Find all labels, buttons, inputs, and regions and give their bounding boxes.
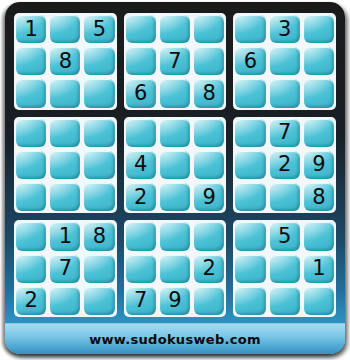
- cell-r9c1[interactable]: 2: [16, 287, 46, 315]
- box-6: 7298: [233, 117, 336, 214]
- cell-r6c4[interactable]: 2: [126, 183, 156, 211]
- cell-r5c4[interactable]: 4: [126, 151, 156, 179]
- cell-r6c6[interactable]: 9: [194, 183, 224, 211]
- cell-r1c6[interactable]: [194, 15, 224, 43]
- cell-r5c9[interactable]: 9: [304, 151, 334, 179]
- cell-r6c1[interactable]: [16, 183, 46, 211]
- cell-r5c8[interactable]: 2: [270, 151, 300, 179]
- cell-r9c6[interactable]: [194, 287, 224, 315]
- box-3: 36: [233, 13, 336, 110]
- cell-r8c8[interactable]: [270, 255, 300, 283]
- cell-r1c3[interactable]: 5: [84, 15, 114, 43]
- cell-r8c5[interactable]: [160, 255, 190, 283]
- box-9: 51: [233, 220, 336, 317]
- cell-r6c2[interactable]: [50, 183, 80, 211]
- cell-r6c8[interactable]: [270, 183, 300, 211]
- cell-r6c9[interactable]: 8: [304, 183, 334, 211]
- cell-r7c1[interactable]: [16, 222, 46, 250]
- cell-r1c5[interactable]: [160, 15, 190, 43]
- cell-r3c3[interactable]: [84, 79, 114, 107]
- cell-r5c5[interactable]: [160, 151, 190, 179]
- sudoku-grid: 158768364297298187227951: [5, 2, 345, 323]
- box-8: 279: [124, 220, 227, 317]
- cell-r1c2[interactable]: [50, 15, 80, 43]
- page: 158768364297298187227951 www.sudokusweb.…: [0, 0, 350, 360]
- cell-r7c5[interactable]: [160, 222, 190, 250]
- cell-r2c6[interactable]: [194, 47, 224, 75]
- cell-r1c9[interactable]: [304, 15, 334, 43]
- cell-r4c9[interactable]: [304, 119, 334, 147]
- cell-r3c5[interactable]: [160, 79, 190, 107]
- box-4: [14, 117, 117, 214]
- cell-r2c2[interactable]: 8: [50, 47, 80, 75]
- cell-r7c9[interactable]: [304, 222, 334, 250]
- cell-r5c3[interactable]: [84, 151, 114, 179]
- cell-r7c4[interactable]: [126, 222, 156, 250]
- cell-r8c2[interactable]: 7: [50, 255, 80, 283]
- cell-r2c1[interactable]: [16, 47, 46, 75]
- cell-r3c9[interactable]: [304, 79, 334, 107]
- cell-r9c9[interactable]: [304, 287, 334, 315]
- cell-r3c6[interactable]: 8: [194, 79, 224, 107]
- cell-r9c5[interactable]: 9: [160, 287, 190, 315]
- cell-r4c2[interactable]: [50, 119, 80, 147]
- cell-r2c9[interactable]: [304, 47, 334, 75]
- cell-r7c2[interactable]: 1: [50, 222, 80, 250]
- cell-r3c7[interactable]: [235, 79, 265, 107]
- cell-r4c7[interactable]: [235, 119, 265, 147]
- cell-r3c8[interactable]: [270, 79, 300, 107]
- site-url: www.sudokusweb.com: [89, 332, 261, 347]
- cell-r5c2[interactable]: [50, 151, 80, 179]
- cell-r1c4[interactable]: [126, 15, 156, 43]
- cell-r2c3[interactable]: [84, 47, 114, 75]
- cell-r2c5[interactable]: 7: [160, 47, 190, 75]
- cell-r8c9[interactable]: 1: [304, 255, 334, 283]
- box-7: 1872: [14, 220, 117, 317]
- cell-r5c7[interactable]: [235, 151, 265, 179]
- cell-r4c6[interactable]: [194, 119, 224, 147]
- cell-r8c4[interactable]: [126, 255, 156, 283]
- cell-r7c8[interactable]: 5: [270, 222, 300, 250]
- box-2: 768: [124, 13, 227, 110]
- cell-r9c4[interactable]: 7: [126, 287, 156, 315]
- cell-r6c5[interactable]: [160, 183, 190, 211]
- cell-r8c3[interactable]: [84, 255, 114, 283]
- cell-r5c6[interactable]: [194, 151, 224, 179]
- cell-r4c8[interactable]: 7: [270, 119, 300, 147]
- cell-r5c1[interactable]: [16, 151, 46, 179]
- cell-r1c1[interactable]: 1: [16, 15, 46, 43]
- cell-r3c1[interactable]: [16, 79, 46, 107]
- cell-r4c1[interactable]: [16, 119, 46, 147]
- cell-r2c4[interactable]: [126, 47, 156, 75]
- cell-r8c1[interactable]: [16, 255, 46, 283]
- sudoku-board: 158768364297298187227951 www.sudokusweb.…: [5, 2, 345, 354]
- footer-banner: www.sudokusweb.com: [5, 323, 345, 354]
- cell-r6c7[interactable]: [235, 183, 265, 211]
- box-1: 158: [14, 13, 117, 110]
- cell-r9c2[interactable]: [50, 287, 80, 315]
- cell-r7c6[interactable]: [194, 222, 224, 250]
- cell-r8c7[interactable]: [235, 255, 265, 283]
- cell-r1c8[interactable]: 3: [270, 15, 300, 43]
- cell-r6c3[interactable]: [84, 183, 114, 211]
- cell-r7c7[interactable]: [235, 222, 265, 250]
- box-5: 429: [124, 117, 227, 214]
- cell-r3c4[interactable]: 6: [126, 79, 156, 107]
- cell-r1c7[interactable]: [235, 15, 265, 43]
- cell-r9c3[interactable]: [84, 287, 114, 315]
- cell-r4c3[interactable]: [84, 119, 114, 147]
- cell-r8c6[interactable]: 2: [194, 255, 224, 283]
- cell-r2c8[interactable]: [270, 47, 300, 75]
- cell-r4c4[interactable]: [126, 119, 156, 147]
- cell-r7c3[interactable]: 8: [84, 222, 114, 250]
- cell-r9c7[interactable]: [235, 287, 265, 315]
- cell-r3c2[interactable]: [50, 79, 80, 107]
- cell-r2c7[interactable]: 6: [235, 47, 265, 75]
- cell-r4c5[interactable]: [160, 119, 190, 147]
- cell-r9c8[interactable]: [270, 287, 300, 315]
